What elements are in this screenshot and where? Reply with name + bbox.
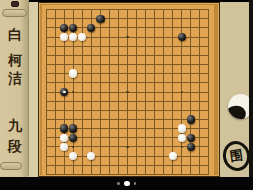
nav-dot-active[interactable] bbox=[124, 181, 130, 186]
white-stone bbox=[87, 152, 95, 160]
white-stone bbox=[78, 33, 86, 41]
black-stone bbox=[60, 24, 68, 32]
nav-dot[interactable] bbox=[134, 182, 137, 185]
black-stone bbox=[187, 143, 195, 151]
black-stone bbox=[69, 24, 77, 32]
black-stone bbox=[60, 124, 68, 132]
white-stone bbox=[178, 124, 186, 132]
black-stone bbox=[69, 134, 77, 142]
black-stone bbox=[60, 88, 68, 96]
taiji-stone-icon bbox=[228, 94, 249, 119]
white-stone bbox=[69, 33, 77, 41]
player-color-label: 白 bbox=[0, 26, 30, 42]
black-stone bbox=[87, 24, 95, 32]
black-stone bbox=[69, 124, 77, 132]
black-stone bbox=[187, 115, 195, 123]
board-stones-layer bbox=[42, 5, 214, 177]
white-stone bbox=[178, 134, 186, 142]
go-broadcast-screen: 白 柯 洁 九 段 围 bbox=[0, 0, 253, 190]
taiji-black-blob bbox=[228, 103, 248, 119]
nav-dot[interactable] bbox=[117, 182, 120, 185]
scroll-roller-bottom bbox=[0, 162, 22, 170]
black-stone bbox=[178, 33, 186, 41]
scroll-knob-icon bbox=[11, 1, 19, 7]
player-rank-char: 九 bbox=[0, 117, 30, 133]
scroll-roller-top bbox=[2, 9, 27, 17]
player-name-char: 洁 bbox=[0, 70, 30, 86]
black-stone bbox=[187, 134, 195, 142]
go-board[interactable] bbox=[38, 2, 220, 177]
white-stone bbox=[60, 134, 68, 142]
player-rank-char: 段 bbox=[0, 138, 30, 154]
logo-panel: 围 bbox=[220, 2, 249, 177]
white-stone bbox=[60, 33, 68, 41]
white-stone bbox=[69, 152, 77, 160]
last-move-marker bbox=[63, 91, 66, 94]
weiqi-logo-char: 围 bbox=[229, 146, 244, 166]
go-board-grid[interactable] bbox=[42, 5, 214, 177]
player-name-char: 柯 bbox=[0, 52, 30, 68]
black-stone bbox=[96, 15, 104, 23]
white-stone bbox=[69, 69, 77, 77]
right-edge-strip bbox=[249, 0, 253, 190]
player-scroll-panel: 白 柯 洁 九 段 bbox=[0, 0, 29, 177]
white-stone bbox=[169, 152, 177, 160]
white-stone bbox=[60, 143, 68, 151]
bottom-nav-bar bbox=[0, 177, 253, 190]
weiqi-logo-icon: 围 bbox=[220, 139, 249, 174]
